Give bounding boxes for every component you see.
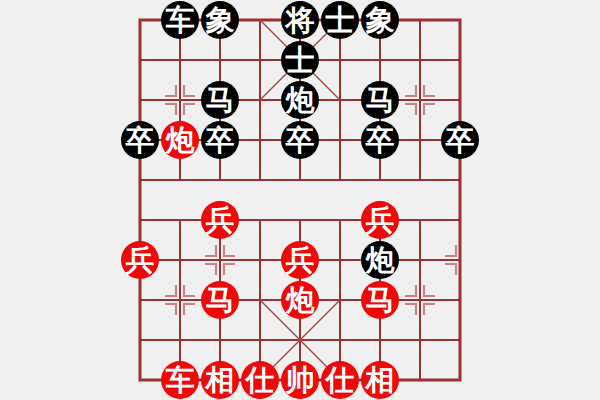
piece-black-horse[interactable]: 马 (201, 81, 239, 119)
piece-black-elephant[interactable]: 象 (201, 1, 239, 39)
app-window: 车象将士象士马炮马卒炮卒卒卒卒兵兵兵兵炮马炮马车相仕帅仕相 (0, 0, 600, 400)
board-pieces-layer: 车象将士象士马炮马卒炮卒卒卒卒兵兵兵兵炮马炮马车相仕帅仕相 (120, 0, 480, 400)
piece-black-horse[interactable]: 马 (361, 81, 399, 119)
piece-black-chariot[interactable]: 车 (161, 1, 199, 39)
piece-red-general[interactable]: 帅 (281, 361, 319, 399)
piece-red-elephant[interactable]: 相 (201, 361, 239, 399)
piece-red-chariot[interactable]: 车 (161, 361, 199, 399)
piece-red-elephant[interactable]: 相 (361, 361, 399, 399)
piece-red-horse[interactable]: 马 (201, 281, 239, 319)
piece-red-soldier[interactable]: 兵 (361, 201, 399, 239)
piece-black-soldier[interactable]: 卒 (121, 121, 159, 159)
piece-black-soldier[interactable]: 卒 (441, 121, 479, 159)
piece-red-horse[interactable]: 马 (361, 281, 399, 319)
piece-black-advisor[interactable]: 士 (281, 41, 319, 79)
piece-red-cannon[interactable]: 炮 (281, 281, 319, 319)
piece-black-advisor[interactable]: 士 (321, 1, 359, 39)
piece-black-soldier[interactable]: 卒 (281, 121, 319, 159)
piece-red-advisor[interactable]: 仕 (241, 361, 279, 399)
piece-black-elephant[interactable]: 象 (361, 1, 399, 39)
piece-black-general[interactable]: 将 (281, 1, 319, 39)
piece-black-soldier[interactable]: 卒 (201, 121, 239, 159)
piece-red-advisor[interactable]: 仕 (321, 361, 359, 399)
piece-black-cannon[interactable]: 炮 (361, 241, 399, 279)
piece-red-soldier[interactable]: 兵 (121, 241, 159, 279)
piece-red-cannon[interactable]: 炮 (161, 121, 199, 159)
piece-red-soldier[interactable]: 兵 (281, 241, 319, 279)
piece-black-soldier[interactable]: 卒 (361, 121, 399, 159)
piece-red-soldier[interactable]: 兵 (201, 201, 239, 239)
piece-black-cannon[interactable]: 炮 (281, 81, 319, 119)
